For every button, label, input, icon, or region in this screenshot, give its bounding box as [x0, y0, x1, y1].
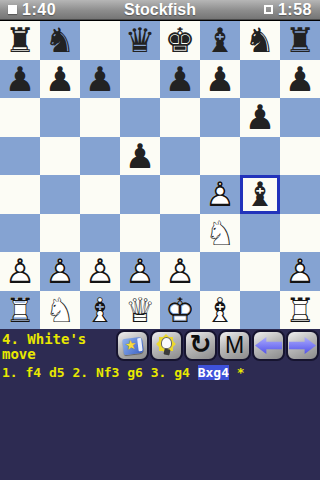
move-token[interactable]: g6	[127, 365, 143, 380]
white-piece-R: ♜♖	[280, 291, 320, 330]
hint-button[interactable]	[150, 330, 183, 361]
square-c2[interactable]: ♟♙	[80, 252, 120, 291]
square-h5[interactable]	[280, 137, 320, 176]
square-g1[interactable]	[240, 291, 280, 330]
square-h2[interactable]: ♟♙	[280, 252, 320, 291]
square-c3[interactable]	[80, 214, 120, 253]
white-piece-P: ♟♙	[200, 175, 240, 214]
white-piece-N: ♞♘	[200, 214, 240, 253]
black-piece-r: ♜	[5, 23, 35, 57]
square-h4[interactable]	[280, 175, 320, 214]
square-g4[interactable]: ♝	[240, 175, 280, 214]
square-d7[interactable]	[120, 60, 160, 99]
right-arrow-icon	[289, 337, 316, 354]
mode-m-label: M	[225, 334, 244, 357]
top-bar: 1:40 Stockfish 1:58	[0, 0, 320, 20]
move-token[interactable]: 2.	[72, 365, 88, 380]
white-clock-group: 1:40	[8, 1, 56, 19]
square-e3[interactable]	[160, 214, 200, 253]
white-piece-B: ♝♗	[80, 291, 120, 330]
chess-board[interactable]: ♜♞♛♚♝♞♜♟♟♟♟♟♟♟♟♟♙♝♞♘♟♙♟♙♟♙♟♙♟♙♟♙♜♖♞♘♝♗♛♕…	[0, 21, 320, 329]
square-d3[interactable]	[120, 214, 160, 253]
active-clock-square-icon	[8, 5, 17, 14]
square-a3[interactable]	[0, 214, 40, 253]
white-piece-P: ♟♙	[0, 252, 40, 291]
square-c8[interactable]	[80, 21, 120, 60]
white-piece-R: ♜♖	[0, 291, 40, 330]
square-d6[interactable]	[120, 98, 160, 137]
square-a5[interactable]	[0, 137, 40, 176]
black-piece-n: ♞	[45, 23, 75, 57]
black-piece-q: ♛	[125, 23, 155, 57]
square-g8[interactable]: ♞	[240, 21, 280, 60]
white-piece-N: ♞♘	[40, 291, 80, 330]
white-piece-B: ♝♗	[200, 291, 240, 330]
white-piece-Q: ♛♕	[120, 291, 160, 330]
square-a2[interactable]: ♟♙	[0, 252, 40, 291]
square-h8[interactable]: ♜	[280, 21, 320, 60]
left-arrow-icon	[255, 337, 282, 354]
square-b6[interactable]	[40, 98, 80, 137]
move-forward-button[interactable]	[286, 330, 319, 361]
square-e2[interactable]: ♟♙	[160, 252, 200, 291]
square-f4[interactable]: ♟♙	[200, 175, 240, 214]
square-a8[interactable]: ♜	[0, 21, 40, 60]
square-b8[interactable]: ♞	[40, 21, 80, 60]
white-piece-P: ♟♙	[80, 252, 120, 291]
square-c6[interactable]	[80, 98, 120, 137]
square-a4[interactable]	[0, 175, 40, 214]
square-b3[interactable]	[40, 214, 80, 253]
bottom-panel: 4. White's move ★ ↻ M 1. f4 d5 2. Nf3 g6…	[0, 329, 320, 480]
square-b7[interactable]: ♟	[40, 60, 80, 99]
move-token[interactable]: 3.	[151, 365, 167, 380]
square-f3[interactable]: ♞♘	[200, 214, 240, 253]
black-piece-p: ♟	[45, 62, 75, 96]
square-a1[interactable]: ♜♖	[0, 291, 40, 330]
square-f1[interactable]: ♝♗	[200, 291, 240, 330]
square-e5[interactable]	[160, 137, 200, 176]
square-d5[interactable]: ♟	[120, 137, 160, 176]
square-f5[interactable]	[200, 137, 240, 176]
black-piece-p: ♟	[245, 100, 275, 134]
square-g7[interactable]	[240, 60, 280, 99]
square-h3[interactable]	[280, 214, 320, 253]
black-piece-p: ♟	[5, 62, 35, 96]
move-token[interactable]: d5	[49, 365, 65, 380]
white-piece-K: ♚♔	[160, 291, 200, 330]
white-piece-P: ♟♙	[120, 252, 160, 291]
status-text: 4. White's move	[2, 332, 112, 362]
square-d4[interactable]	[120, 175, 160, 214]
move-token[interactable]: Nf3	[96, 365, 119, 380]
move-token[interactable]: *	[237, 365, 245, 380]
move-token[interactable]: g4	[174, 365, 190, 380]
square-g6[interactable]: ♟	[240, 98, 280, 137]
move-back-button[interactable]	[252, 330, 285, 361]
square-e7[interactable]: ♟	[160, 60, 200, 99]
black-clock-group: 1:58	[264, 1, 312, 19]
square-f6[interactable]	[200, 98, 240, 137]
book-icon: ★	[122, 336, 144, 354]
square-a7[interactable]: ♟	[0, 60, 40, 99]
black-piece-k: ♚	[165, 23, 195, 57]
square-f8[interactable]: ♝	[200, 21, 240, 60]
black-piece-r: ♜	[285, 23, 315, 57]
square-g5[interactable]	[240, 137, 280, 176]
black-piece-p: ♟	[125, 139, 155, 173]
square-b1[interactable]: ♞♘	[40, 291, 80, 330]
square-h1[interactable]: ♜♖	[280, 291, 320, 330]
white-piece-P: ♟♙	[40, 252, 80, 291]
square-a6[interactable]	[0, 98, 40, 137]
mode-button[interactable]: M	[218, 330, 251, 361]
square-b4[interactable]	[40, 175, 80, 214]
opening-book-button[interactable]: ★	[116, 330, 149, 361]
square-h6[interactable]	[280, 98, 320, 137]
black-piece-p: ♟	[165, 62, 195, 96]
move-token[interactable]: 1.	[2, 365, 18, 380]
black-piece-b: ♝	[205, 23, 235, 57]
black-clock: 1:58	[278, 1, 312, 19]
white-piece-P: ♟♙	[280, 252, 320, 291]
square-g2[interactable]	[240, 252, 280, 291]
square-e1[interactable]: ♚♔	[160, 291, 200, 330]
toolbar: ★ ↻ M	[116, 330, 319, 361]
white-piece-P: ♟♙	[160, 252, 200, 291]
square-c5[interactable]	[80, 137, 120, 176]
square-g3[interactable]	[240, 214, 280, 253]
square-b5[interactable]	[40, 137, 80, 176]
square-b2[interactable]: ♟♙	[40, 252, 80, 291]
square-c1[interactable]: ♝♗	[80, 291, 120, 330]
square-e8[interactable]: ♚	[160, 21, 200, 60]
square-c7[interactable]: ♟	[80, 60, 120, 99]
square-f7[interactable]: ♟	[200, 60, 240, 99]
square-f2[interactable]	[200, 252, 240, 291]
move-token[interactable]: f4	[25, 365, 41, 380]
square-h7[interactable]: ♟	[280, 60, 320, 99]
black-piece-b: ♝	[245, 177, 275, 211]
circular-arrows-icon: ↻	[190, 331, 212, 357]
black-piece-p: ♟	[205, 62, 235, 96]
square-d1[interactable]: ♛♕	[120, 291, 160, 330]
black-piece-n: ♞	[245, 23, 275, 57]
square-d8[interactable]: ♛	[120, 21, 160, 60]
square-e6[interactable]	[160, 98, 200, 137]
lightbulb-icon	[154, 333, 179, 358]
square-d2[interactable]: ♟♙	[120, 252, 160, 291]
current-move[interactable]: Bxg4	[198, 365, 229, 380]
inactive-clock-square-icon	[264, 5, 273, 14]
square-e4[interactable]	[160, 175, 200, 214]
move-list[interactable]: 1. f4 d5 2. Nf3 g6 3. g4 Bxg4 *	[2, 365, 318, 381]
square-c4[interactable]	[80, 175, 120, 214]
white-clock: 1:40	[22, 1, 56, 19]
cycle-engine-button[interactable]: ↻	[184, 330, 217, 361]
black-piece-p: ♟	[285, 62, 315, 96]
black-piece-p: ♟	[85, 62, 115, 96]
